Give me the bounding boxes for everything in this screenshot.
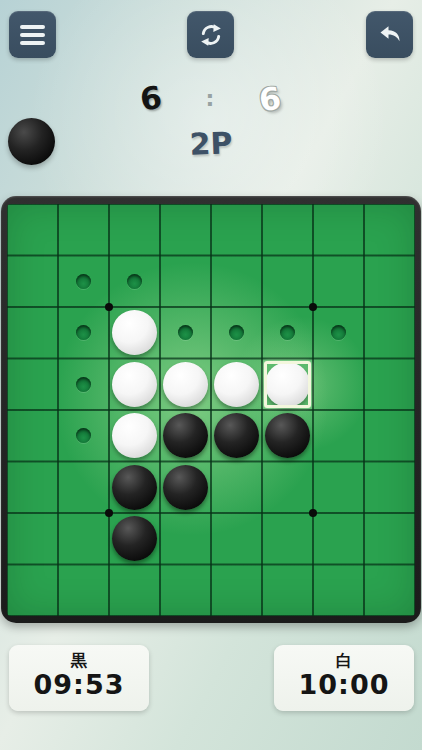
- cell-g3[interactable]: [313, 307, 364, 359]
- cell-d1[interactable]: [160, 204, 211, 256]
- cell-e8[interactable]: [211, 565, 262, 617]
- cell-c3[interactable]: [109, 307, 160, 359]
- black-timer-value: 09:53: [9, 670, 149, 700]
- cell-f2[interactable]: [262, 256, 313, 308]
- white-stone: [112, 310, 157, 355]
- cell-h5[interactable]: [364, 410, 415, 462]
- cell-b8[interactable]: [58, 565, 109, 617]
- cell-a2[interactable]: [7, 256, 58, 308]
- white-timer-value: 10:00: [274, 670, 414, 700]
- cell-d3[interactable]: [160, 307, 211, 359]
- menu-button[interactable]: [9, 11, 56, 58]
- black-timer-panel: 黒 09:53: [9, 645, 149, 711]
- cell-e6[interactable]: [211, 462, 262, 514]
- board-frame: [1, 196, 421, 623]
- cell-f1[interactable]: [262, 204, 313, 256]
- turn-indicator-black-ball: [8, 118, 55, 165]
- cell-d6[interactable]: [160, 462, 211, 514]
- undo-arrow-icon: [375, 20, 405, 50]
- star-point: [309, 303, 317, 311]
- cell-f6[interactable]: [262, 462, 313, 514]
- cell-g7[interactable]: [313, 513, 364, 565]
- hamburger-menu-icon: [20, 25, 45, 45]
- black-stone: [214, 413, 259, 458]
- cell-c8[interactable]: [109, 565, 160, 617]
- black-stone: [112, 465, 157, 510]
- cell-f8[interactable]: [262, 565, 313, 617]
- cell-d5[interactable]: [160, 410, 211, 462]
- restart-button[interactable]: [187, 11, 234, 58]
- cell-c1[interactable]: [109, 204, 160, 256]
- cell-e4[interactable]: [211, 359, 262, 411]
- score-black: 6: [132, 81, 170, 116]
- white-stone: [214, 362, 259, 407]
- cell-c4[interactable]: [109, 359, 160, 411]
- cell-h7[interactable]: [364, 513, 415, 565]
- cell-e5[interactable]: [211, 410, 262, 462]
- white-timer-panel: 白 10:00: [274, 645, 414, 711]
- legal-move-hint: [178, 325, 193, 340]
- legal-move-hint: [280, 325, 295, 340]
- cell-h3[interactable]: [364, 307, 415, 359]
- cell-a5[interactable]: [7, 410, 58, 462]
- cell-d8[interactable]: [160, 565, 211, 617]
- white-stone: [112, 362, 157, 407]
- cell-g1[interactable]: [313, 204, 364, 256]
- cell-f5[interactable]: [262, 410, 313, 462]
- cell-g4[interactable]: [313, 359, 364, 411]
- cell-h6[interactable]: [364, 462, 415, 514]
- black-stone: [163, 413, 208, 458]
- cell-d2[interactable]: [160, 256, 211, 308]
- legal-move-hint: [76, 428, 91, 443]
- cell-c6[interactable]: [109, 462, 160, 514]
- cell-e2[interactable]: [211, 256, 262, 308]
- score-separator: :: [198, 88, 222, 110]
- black-player-label: 黒: [9, 652, 149, 670]
- white-player-label: 白: [274, 652, 414, 670]
- legal-move-hint: [76, 377, 91, 392]
- last-move-highlight: [264, 361, 311, 409]
- legal-move-hint: [229, 325, 244, 340]
- cell-h1[interactable]: [364, 204, 415, 256]
- cell-g2[interactable]: [313, 256, 364, 308]
- board-grid: [7, 204, 415, 616]
- legal-move-hint: [76, 274, 91, 289]
- refresh-sync-icon: [197, 21, 225, 49]
- cell-b4[interactable]: [58, 359, 109, 411]
- cell-c7[interactable]: [109, 513, 160, 565]
- cell-e1[interactable]: [211, 204, 262, 256]
- cell-g5[interactable]: [313, 410, 364, 462]
- star-point: [105, 509, 113, 517]
- cell-a7[interactable]: [7, 513, 58, 565]
- cell-h2[interactable]: [364, 256, 415, 308]
- cell-f4[interactable]: [262, 359, 313, 411]
- black-stone: [112, 516, 157, 561]
- cell-h4[interactable]: [364, 359, 415, 411]
- legal-move-hint: [127, 274, 142, 289]
- cell-a8[interactable]: [7, 565, 58, 617]
- othello-app-screen: 6 : 6 2P 黒 09:53 白 10:00: [0, 0, 422, 750]
- cell-b1[interactable]: [58, 204, 109, 256]
- black-stone: [163, 465, 208, 510]
- cell-f3[interactable]: [262, 307, 313, 359]
- legal-move-hint: [76, 325, 91, 340]
- cell-d4[interactable]: [160, 359, 211, 411]
- cell-a1[interactable]: [7, 204, 58, 256]
- white-stone: [112, 413, 157, 458]
- cell-b3[interactable]: [58, 307, 109, 359]
- black-stone: [265, 413, 310, 458]
- cell-e3[interactable]: [211, 307, 262, 359]
- cell-c2[interactable]: [109, 256, 160, 308]
- white-stone: [163, 362, 208, 407]
- cell-f7[interactable]: [262, 513, 313, 565]
- cell-c5[interactable]: [109, 410, 160, 462]
- cell-a4[interactable]: [7, 359, 58, 411]
- cell-g8[interactable]: [313, 565, 364, 617]
- cell-b6[interactable]: [58, 462, 109, 514]
- star-point: [309, 509, 317, 517]
- cell-e7[interactable]: [211, 513, 262, 565]
- cell-d7[interactable]: [160, 513, 211, 565]
- cell-b5[interactable]: [58, 410, 109, 462]
- score-white: 6: [251, 82, 289, 118]
- star-point: [105, 303, 113, 311]
- cell-b7[interactable]: [58, 513, 109, 565]
- game-mode-label: 2P: [177, 125, 244, 162]
- cell-h8[interactable]: [364, 565, 415, 617]
- cell-a3[interactable]: [7, 307, 58, 359]
- cell-a6[interactable]: [7, 462, 58, 514]
- cell-g6[interactable]: [313, 462, 364, 514]
- cell-b2[interactable]: [58, 256, 109, 308]
- undo-button[interactable]: [366, 11, 413, 58]
- legal-move-hint: [331, 325, 346, 340]
